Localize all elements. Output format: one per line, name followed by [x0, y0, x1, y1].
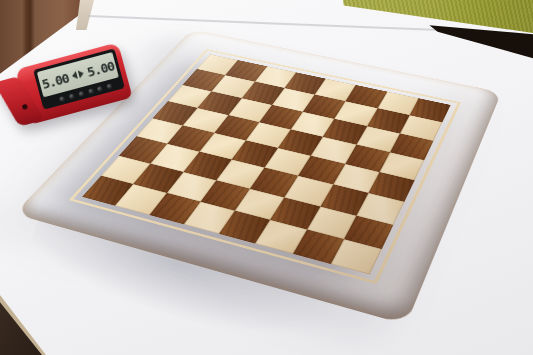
clock-button-4[interactable]	[88, 88, 94, 94]
left-time-display: 5.00	[40, 70, 70, 92]
clock-button-1[interactable]	[59, 95, 65, 101]
right-flag-icon	[78, 69, 85, 78]
table-corner	[0, 295, 50, 355]
right-time-display: 5.00	[85, 58, 115, 80]
clock-button-2[interactable]	[69, 93, 75, 99]
clock-button-3[interactable]	[78, 90, 84, 96]
clock-button-5[interactable]	[97, 85, 103, 91]
clock-button-6[interactable]	[106, 83, 112, 89]
left-flag-icon	[71, 71, 78, 80]
photo-scene: 5.00 5.00	[0, 0, 533, 355]
lcd-center-icons	[71, 69, 85, 80]
floor	[0, 295, 50, 355]
